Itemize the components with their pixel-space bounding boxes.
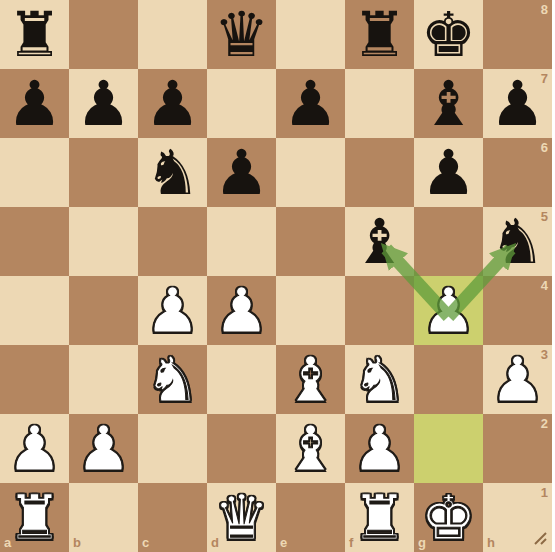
piece-black-pawn-e7[interactable]: ♟ (276, 69, 345, 138)
square-e6[interactable] (276, 138, 345, 207)
square-b2[interactable]: ♟ (69, 414, 138, 483)
square-f6[interactable] (345, 138, 414, 207)
piece-black-king-g8[interactable]: ♚ (414, 0, 483, 69)
piece-black-rook-a8[interactable]: ♜ (0, 0, 69, 69)
square-a4[interactable] (0, 276, 69, 345)
piece-black-bishop-f5[interactable]: ♝ (345, 207, 414, 276)
square-c3[interactable]: ♞ (138, 345, 207, 414)
square-e1[interactable]: e (276, 483, 345, 552)
square-c6[interactable]: ♞ (138, 138, 207, 207)
square-c5[interactable] (138, 207, 207, 276)
piece-black-pawn-b7[interactable]: ♟ (69, 69, 138, 138)
file-label-f: f (349, 535, 353, 550)
piece-black-pawn-a7[interactable]: ♟ (0, 69, 69, 138)
square-g1[interactable]: ♚g (414, 483, 483, 552)
piece-black-pawn-d6[interactable]: ♟ (207, 138, 276, 207)
square-d4[interactable]: ♟ (207, 276, 276, 345)
square-e5[interactable] (276, 207, 345, 276)
rank-label-7: 7 (541, 71, 548, 86)
chess-board: ♜♛♜♚8♟♟♟♟♝♟7♞♟♟6♝♞5♟♟♟4♞♝♞♟3♟♟♝♟2♜abc♛de… (0, 0, 552, 552)
square-a8[interactable]: ♜ (0, 0, 69, 69)
piece-white-knight-c3[interactable]: ♞ (138, 345, 207, 414)
square-c7[interactable]: ♟ (138, 69, 207, 138)
square-d5[interactable] (207, 207, 276, 276)
piece-black-rook-f8[interactable]: ♜ (345, 0, 414, 69)
resize-handle-icon[interactable] (533, 531, 548, 546)
square-g4[interactable]: ♟ (414, 276, 483, 345)
rank-label-1: 1 (541, 485, 548, 500)
square-a6[interactable] (0, 138, 69, 207)
square-c4[interactable]: ♟ (138, 276, 207, 345)
file-label-b: b (73, 535, 81, 550)
file-label-c: c (142, 535, 149, 550)
square-h4[interactable]: 4 (483, 276, 552, 345)
square-e8[interactable] (276, 0, 345, 69)
square-b6[interactable] (69, 138, 138, 207)
file-label-g: g (418, 535, 426, 550)
piece-white-bishop-e2[interactable]: ♝ (276, 414, 345, 483)
piece-white-bishop-e3[interactable]: ♝ (276, 345, 345, 414)
piece-black-queen-d8[interactable]: ♛ (207, 0, 276, 69)
square-a7[interactable]: ♟ (0, 69, 69, 138)
file-label-d: d (211, 535, 219, 550)
square-g5[interactable] (414, 207, 483, 276)
rank-label-4: 4 (541, 278, 548, 293)
square-d7[interactable] (207, 69, 276, 138)
square-c8[interactable] (138, 0, 207, 69)
square-e7[interactable]: ♟ (276, 69, 345, 138)
square-b3[interactable] (69, 345, 138, 414)
chess-widget: ♜♛♜♚8♟♟♟♟♝♟7♞♟♟6♝♞5♟♟♟4♞♝♞♟3♟♟♝♟2♜abc♛de… (0, 0, 555, 552)
rank-label-8: 8 (541, 2, 548, 17)
piece-black-pawn-c7[interactable]: ♟ (138, 69, 207, 138)
square-a1[interactable]: ♜a (0, 483, 69, 552)
square-h6[interactable]: 6 (483, 138, 552, 207)
square-e4[interactable] (276, 276, 345, 345)
piece-black-pawn-g6[interactable]: ♟ (414, 138, 483, 207)
piece-white-pawn-f2[interactable]: ♟ (345, 414, 414, 483)
square-d3[interactable] (207, 345, 276, 414)
rank-label-3: 3 (541, 347, 548, 362)
piece-white-pawn-d4[interactable]: ♟ (207, 276, 276, 345)
file-label-e: e (280, 535, 287, 550)
square-g3[interactable] (414, 345, 483, 414)
square-h3[interactable]: ♟3 (483, 345, 552, 414)
square-c2[interactable] (138, 414, 207, 483)
square-g2[interactable] (414, 414, 483, 483)
square-a3[interactable] (0, 345, 69, 414)
file-label-a: a (4, 535, 11, 550)
file-label-h: h (487, 535, 495, 550)
square-f2[interactable]: ♟ (345, 414, 414, 483)
square-d1[interactable]: ♛d (207, 483, 276, 552)
square-h5[interactable]: ♞5 (483, 207, 552, 276)
square-f5[interactable]: ♝ (345, 207, 414, 276)
piece-white-pawn-a2[interactable]: ♟ (0, 414, 69, 483)
square-f4[interactable] (345, 276, 414, 345)
square-d6[interactable]: ♟ (207, 138, 276, 207)
square-h8[interactable]: 8 (483, 0, 552, 69)
square-b5[interactable] (69, 207, 138, 276)
square-b1[interactable]: b (69, 483, 138, 552)
square-a5[interactable] (0, 207, 69, 276)
piece-white-rook-f1[interactable]: ♜ (345, 483, 414, 552)
square-h7[interactable]: ♟7 (483, 69, 552, 138)
rank-label-5: 5 (541, 209, 548, 224)
square-a2[interactable]: ♟ (0, 414, 69, 483)
piece-white-pawn-c4[interactable]: ♟ (138, 276, 207, 345)
rank-label-2: 2 (541, 416, 548, 431)
square-g7[interactable]: ♝ (414, 69, 483, 138)
square-e2[interactable]: ♝ (276, 414, 345, 483)
square-b7[interactable]: ♟ (69, 69, 138, 138)
square-f7[interactable] (345, 69, 414, 138)
piece-black-knight-c6[interactable]: ♞ (138, 138, 207, 207)
piece-black-bishop-g7[interactable]: ♝ (414, 69, 483, 138)
square-h2[interactable]: 2 (483, 414, 552, 483)
square-b8[interactable] (69, 0, 138, 69)
square-g6[interactable]: ♟ (414, 138, 483, 207)
square-f8[interactable]: ♜ (345, 0, 414, 69)
square-d8[interactable]: ♛ (207, 0, 276, 69)
rank-label-6: 6 (541, 140, 548, 155)
piece-white-pawn-b2[interactable]: ♟ (69, 414, 138, 483)
square-d2[interactable] (207, 414, 276, 483)
square-c1[interactable]: c (138, 483, 207, 552)
square-g8[interactable]: ♚ (414, 0, 483, 69)
piece-white-knight-f3[interactable]: ♞ (345, 345, 414, 414)
square-f3[interactable]: ♞ (345, 345, 414, 414)
square-b4[interactable] (69, 276, 138, 345)
piece-white-pawn-g4[interactable]: ♟ (414, 276, 483, 345)
square-e3[interactable]: ♝ (276, 345, 345, 414)
square-f1[interactable]: ♜f (345, 483, 414, 552)
